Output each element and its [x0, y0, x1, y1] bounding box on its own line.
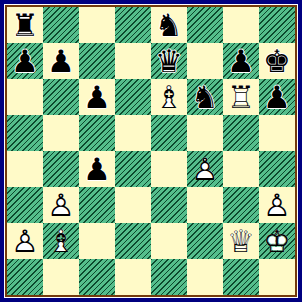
square-h2[interactable]: ♚♔: [259, 223, 295, 259]
piece-glyph: ♟: [79, 79, 115, 115]
square-h1[interactable]: [259, 259, 295, 295]
piece-white-rook[interactable]: ♜♖: [223, 79, 259, 115]
square-f3[interactable]: [187, 187, 223, 223]
piece-white-king[interactable]: ♚♔: [259, 223, 295, 259]
square-d2[interactable]: [115, 223, 151, 259]
square-c5[interactable]: [79, 115, 115, 151]
square-e3[interactable]: [151, 187, 187, 223]
square-c2[interactable]: [79, 223, 115, 259]
square-f2[interactable]: [187, 223, 223, 259]
piece-glyph: ♜: [7, 7, 43, 43]
piece-black-pawn[interactable]: ♟: [259, 79, 295, 115]
piece-outline-glyph: ♙: [43, 187, 79, 223]
piece-glyph: ♞: [151, 7, 187, 43]
square-g7[interactable]: ♟: [223, 43, 259, 79]
square-g8[interactable]: [223, 7, 259, 43]
square-b4[interactable]: [43, 151, 79, 187]
square-a2[interactable]: ♟♙: [7, 223, 43, 259]
piece-outline-glyph: ♕: [223, 223, 259, 259]
piece-white-bishop[interactable]: ♝♗: [151, 79, 187, 115]
piece-black-pawn[interactable]: ♟: [7, 43, 43, 79]
square-a3[interactable]: [7, 187, 43, 223]
square-h3[interactable]: ♟♙: [259, 187, 295, 223]
piece-white-pawn[interactable]: ♟♙: [187, 151, 223, 187]
piece-white-bishop[interactable]: ♝♗: [43, 223, 79, 259]
piece-glyph: ♚: [259, 43, 295, 79]
piece-black-king[interactable]: ♚: [259, 43, 295, 79]
square-a8[interactable]: ♜: [7, 7, 43, 43]
square-d8[interactable]: [115, 7, 151, 43]
board-inner-white-line: ♜♞♟♟♛♟♚♟♝♗♞♜♖♟♟♟♙♟♙♟♙♟♙♝♗♛♕♚♔: [4, 4, 298, 298]
piece-black-knight[interactable]: ♞: [187, 79, 223, 115]
square-b7[interactable]: ♟: [43, 43, 79, 79]
piece-glyph: ♟: [259, 79, 295, 115]
square-h5[interactable]: [259, 115, 295, 151]
square-b1[interactable]: [43, 259, 79, 295]
piece-black-pawn[interactable]: ♟: [43, 43, 79, 79]
square-f8[interactable]: [187, 7, 223, 43]
square-g3[interactable]: [223, 187, 259, 223]
square-f7[interactable]: [187, 43, 223, 79]
square-d5[interactable]: [115, 115, 151, 151]
square-b3[interactable]: ♟♙: [43, 187, 79, 223]
piece-white-queen[interactable]: ♛♕: [223, 223, 259, 259]
piece-black-pawn[interactable]: ♟: [79, 79, 115, 115]
chessboard: ♜♞♟♟♛♟♚♟♝♗♞♜♖♟♟♟♙♟♙♟♙♟♙♝♗♛♕♚♔: [7, 7, 295, 295]
square-a1[interactable]: [7, 259, 43, 295]
square-f1[interactable]: [187, 259, 223, 295]
square-e6[interactable]: ♝♗: [151, 79, 187, 115]
board-wood-border: ♜♞♟♟♛♟♚♟♝♗♞♜♖♟♟♟♙♟♙♟♙♟♙♝♗♛♕♚♔: [5, 5, 297, 297]
piece-glyph: ♞: [187, 79, 223, 115]
square-h7[interactable]: ♚: [259, 43, 295, 79]
square-e8[interactable]: ♞: [151, 7, 187, 43]
square-e4[interactable]: [151, 151, 187, 187]
square-c3[interactable]: [79, 187, 115, 223]
square-a5[interactable]: [7, 115, 43, 151]
piece-white-pawn[interactable]: ♟♙: [7, 223, 43, 259]
square-d3[interactable]: [115, 187, 151, 223]
piece-white-pawn[interactable]: ♟♙: [259, 187, 295, 223]
square-a6[interactable]: [7, 79, 43, 115]
square-e5[interactable]: [151, 115, 187, 151]
piece-glyph: ♟: [7, 43, 43, 79]
piece-black-pawn[interactable]: ♟: [79, 151, 115, 187]
square-g5[interactable]: [223, 115, 259, 151]
piece-black-knight[interactable]: ♞: [151, 7, 187, 43]
piece-outline-glyph: ♔: [259, 223, 295, 259]
square-b2[interactable]: ♝♗: [43, 223, 79, 259]
square-d7[interactable]: [115, 43, 151, 79]
piece-white-pawn[interactable]: ♟♙: [43, 187, 79, 223]
square-b6[interactable]: [43, 79, 79, 115]
square-b5[interactable]: [43, 115, 79, 151]
square-g2[interactable]: ♛♕: [223, 223, 259, 259]
piece-glyph: ♛: [151, 43, 187, 79]
square-g4[interactable]: [223, 151, 259, 187]
piece-black-rook[interactable]: ♜: [7, 7, 43, 43]
square-e2[interactable]: [151, 223, 187, 259]
square-c7[interactable]: [79, 43, 115, 79]
piece-outline-glyph: ♗: [43, 223, 79, 259]
square-h4[interactable]: [259, 151, 295, 187]
square-f5[interactable]: [187, 115, 223, 151]
square-f6[interactable]: ♞: [187, 79, 223, 115]
piece-outline-glyph: ♗: [151, 79, 187, 115]
piece-black-queen[interactable]: ♛: [151, 43, 187, 79]
square-c8[interactable]: [79, 7, 115, 43]
square-b8[interactable]: [43, 7, 79, 43]
square-g1[interactable]: [223, 259, 259, 295]
square-c6[interactable]: ♟: [79, 79, 115, 115]
square-e7[interactable]: ♛: [151, 43, 187, 79]
square-c1[interactable]: [79, 259, 115, 295]
square-d1[interactable]: [115, 259, 151, 295]
chessboard-frame: ♜♞♟♟♛♟♚♟♝♗♞♜♖♟♟♟♙♟♙♟♙♟♙♝♗♛♕♚♔: [0, 0, 302, 302]
piece-outline-glyph: ♖: [223, 79, 259, 115]
piece-glyph: ♟: [79, 151, 115, 187]
square-h6[interactable]: ♟: [259, 79, 295, 115]
square-d4[interactable]: [115, 151, 151, 187]
square-f4[interactable]: ♟♙: [187, 151, 223, 187]
piece-black-pawn[interactable]: ♟: [223, 43, 259, 79]
piece-outline-glyph: ♙: [259, 187, 295, 223]
square-d6[interactable]: [115, 79, 151, 115]
piece-glyph: ♟: [223, 43, 259, 79]
piece-outline-glyph: ♙: [7, 223, 43, 259]
piece-glyph: ♟: [43, 43, 79, 79]
square-a4[interactable]: [7, 151, 43, 187]
piece-outline-glyph: ♙: [187, 151, 223, 187]
square-a7[interactable]: ♟: [7, 43, 43, 79]
square-e1[interactable]: [151, 259, 187, 295]
square-c4[interactable]: ♟: [79, 151, 115, 187]
square-g6[interactable]: ♜♖: [223, 79, 259, 115]
square-h8[interactable]: [259, 7, 295, 43]
